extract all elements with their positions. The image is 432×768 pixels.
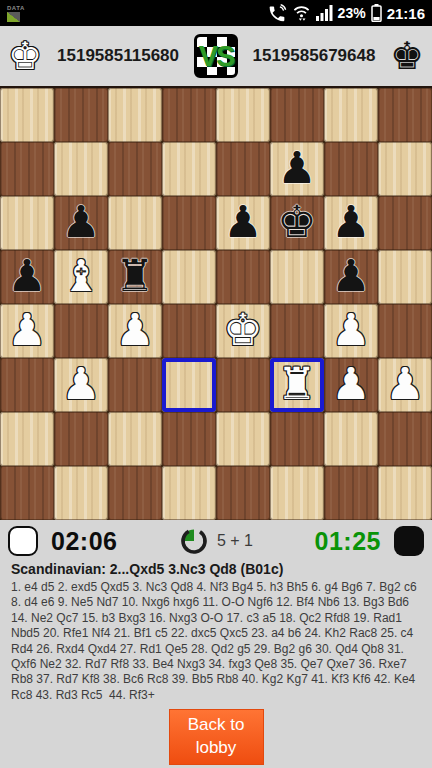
square-c8[interactable] — [108, 88, 162, 142]
square-h1[interactable] — [378, 466, 432, 520]
game-info-panel: 02:06 5 + 1 01:25 Scandinavian: 2...Qxd5… — [0, 520, 432, 768]
square-d7[interactable] — [162, 142, 216, 196]
data-usage-indicator: DATA — [7, 5, 25, 22]
square-a5[interactable]: ♟ — [0, 250, 54, 304]
square-e4[interactable]: ♚ — [216, 304, 270, 358]
square-h7[interactable] — [378, 142, 432, 196]
square-b8[interactable] — [54, 88, 108, 142]
square-b1[interactable] — [54, 466, 108, 520]
square-c1[interactable] — [108, 466, 162, 520]
square-b7[interactable] — [54, 142, 108, 196]
square-a1[interactable] — [0, 466, 54, 520]
white-pawn: ♟ — [61, 362, 100, 406]
square-h6[interactable] — [378, 196, 432, 250]
black-king: ♚ — [277, 200, 316, 244]
square-g6[interactable]: ♟ — [324, 196, 378, 250]
square-b4[interactable] — [54, 304, 108, 358]
black-pawn: ♟ — [7, 254, 46, 298]
white-bishop: ♝ — [61, 254, 100, 298]
vs-label: VS — [199, 42, 234, 71]
players-header: ♚ 1519585115680 VS 1519585679648 ♚ — [0, 26, 432, 88]
black-pawn: ♟ — [331, 254, 370, 298]
square-d8[interactable] — [162, 88, 216, 142]
square-f1[interactable] — [270, 466, 324, 520]
square-g7[interactable] — [324, 142, 378, 196]
battery-icon — [371, 4, 382, 22]
white-clock-time: 02:06 — [51, 527, 117, 556]
square-d5[interactable] — [162, 250, 216, 304]
black-player-name: 1519585679648 — [238, 46, 390, 66]
white-player-name: 1519585115680 — [42, 46, 194, 66]
vs-logo: VS — [194, 34, 238, 78]
signal-bars-icon — [316, 5, 333, 21]
square-d6[interactable] — [162, 196, 216, 250]
square-e1[interactable] — [216, 466, 270, 520]
white-pawn: ♟ — [331, 308, 370, 352]
square-a2[interactable] — [0, 412, 54, 466]
square-c5[interactable]: ♜ — [108, 250, 162, 304]
square-f5[interactable] — [270, 250, 324, 304]
black-clock-icon — [394, 526, 424, 556]
square-c3[interactable] — [108, 358, 162, 412]
black-rook: ♜ — [115, 254, 154, 298]
square-f6[interactable]: ♚ — [270, 196, 324, 250]
square-g8[interactable] — [324, 88, 378, 142]
status-bar: DATA 23% 21:16 — [0, 0, 432, 26]
square-b6[interactable]: ♟ — [54, 196, 108, 250]
square-c7[interactable] — [108, 142, 162, 196]
opening-name: Scandinavian: 2...Qxd5 3.Nc3 Qd8 (B01c) — [11, 561, 421, 577]
square-e7[interactable] — [216, 142, 270, 196]
square-a7[interactable] — [0, 142, 54, 196]
square-b3[interactable]: ♟ — [54, 358, 108, 412]
square-e6[interactable]: ♟ — [216, 196, 270, 250]
white-pawn: ♟ — [331, 362, 370, 406]
square-g3[interactable]: ♟ — [324, 358, 378, 412]
white-pawn: ♟ — [7, 308, 46, 352]
square-e2[interactable] — [216, 412, 270, 466]
white-king-icon: ♚ — [8, 37, 42, 75]
square-h3[interactable]: ♟ — [378, 358, 432, 412]
square-c2[interactable] — [108, 412, 162, 466]
square-d1[interactable] — [162, 466, 216, 520]
time-control-label: 5 + 1 — [217, 532, 253, 550]
chess-board[interactable]: ♟♟♟♚♟♟♝♜♟♟♟♚♟♟♜♟♟ — [0, 88, 432, 520]
square-f8[interactable] — [270, 88, 324, 142]
square-h4[interactable] — [378, 304, 432, 358]
square-g4[interactable]: ♟ — [324, 304, 378, 358]
square-b5[interactable]: ♝ — [54, 250, 108, 304]
square-e5[interactable] — [216, 250, 270, 304]
square-c6[interactable] — [108, 196, 162, 250]
square-a3[interactable] — [0, 358, 54, 412]
clock-time: 21:16 — [387, 5, 425, 22]
square-f2[interactable] — [270, 412, 324, 466]
black-pawn: ♟ — [277, 146, 316, 190]
square-f7[interactable]: ♟ — [270, 142, 324, 196]
square-h8[interactable] — [378, 88, 432, 142]
black-king-icon: ♚ — [390, 37, 424, 75]
call-icon — [267, 4, 287, 22]
square-a8[interactable] — [0, 88, 54, 142]
time-control-icon — [179, 526, 209, 556]
square-g2[interactable] — [324, 412, 378, 466]
black-clock-time: 01:25 — [315, 527, 381, 556]
data-usage-icon — [7, 12, 20, 22]
black-pawn: ♟ — [223, 200, 262, 244]
wifi-icon — [292, 4, 311, 22]
black-pawn: ♟ — [331, 200, 370, 244]
battery-percent: 23% — [338, 5, 366, 21]
clock-row: 02:06 5 + 1 01:25 — [0, 520, 432, 558]
square-a4[interactable]: ♟ — [0, 304, 54, 358]
square-e8[interactable] — [216, 88, 270, 142]
square-a6[interactable] — [0, 196, 54, 250]
white-king: ♚ — [223, 308, 262, 352]
square-b2[interactable] — [54, 412, 108, 466]
square-c4[interactable]: ♟ — [108, 304, 162, 358]
white-pawn: ♟ — [385, 362, 424, 406]
white-clock-icon — [8, 526, 38, 556]
back-to-lobby-button[interactable]: Back to lobby — [169, 709, 264, 765]
square-f3[interactable]: ♜ — [270, 358, 324, 412]
square-g5[interactable]: ♟ — [324, 250, 378, 304]
square-h2[interactable] — [378, 412, 432, 466]
square-e3[interactable] — [216, 358, 270, 412]
square-d3[interactable] — [162, 358, 216, 412]
square-h5[interactable] — [378, 250, 432, 304]
data-usage-label: DATA — [7, 5, 25, 11]
square-d2[interactable] — [162, 412, 216, 466]
white-rook: ♜ — [277, 362, 316, 406]
white-pawn: ♟ — [115, 308, 154, 352]
square-g1[interactable] — [324, 466, 378, 520]
black-pawn: ♟ — [61, 200, 100, 244]
square-d4[interactable] — [162, 304, 216, 358]
square-f4[interactable] — [270, 304, 324, 358]
move-list: 1. e4 d5 2. exd5 Qxd5 3. Nc3 Qd8 4. Nf3 … — [11, 580, 423, 709]
